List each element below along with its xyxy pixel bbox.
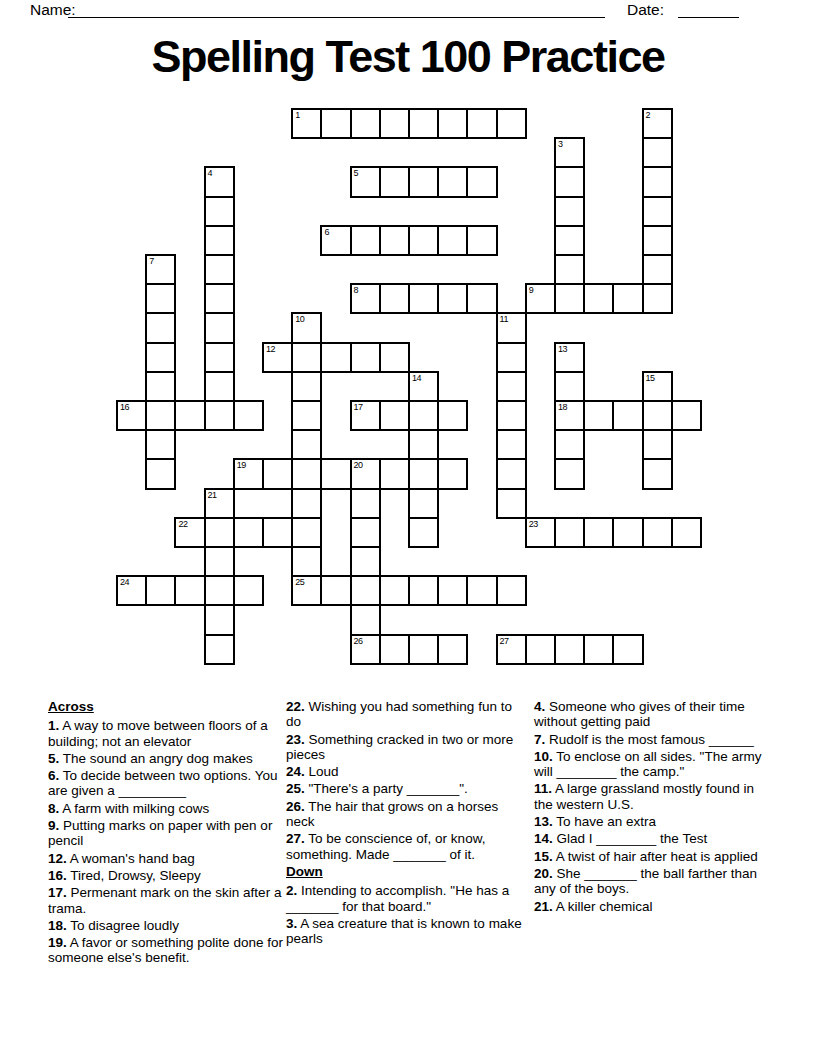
grid-cell-r6-c1[interactable] bbox=[145, 283, 176, 314]
grid-cell-r12-c10[interactable] bbox=[408, 458, 439, 489]
grid-cell-r13-c13[interactable] bbox=[496, 488, 527, 519]
cell-number-6: 6 bbox=[324, 227, 329, 237]
grid-cell-r18-c16[interactable] bbox=[583, 634, 614, 665]
cell-number-10: 10 bbox=[295, 314, 304, 324]
cell-number-9: 9 bbox=[529, 285, 534, 295]
grid-cell-r10-c8[interactable]: 17 bbox=[350, 400, 381, 431]
clue-27: 27. To be conscience of, or know, someth… bbox=[286, 831, 528, 862]
cell-number-27: 27 bbox=[500, 636, 509, 646]
clue-23: 23. Something cracked in two or more pie… bbox=[286, 732, 528, 763]
grid-cell-r15-c6[interactable] bbox=[291, 546, 322, 577]
cell-number-16: 16 bbox=[120, 402, 129, 412]
grid-cell-r14-c16[interactable] bbox=[583, 517, 614, 548]
grid-cell-r9-c3[interactable] bbox=[204, 371, 235, 402]
clue-text: A favor or something polite done for som… bbox=[48, 935, 283, 965]
grid-cell-r7-c1[interactable] bbox=[145, 312, 176, 343]
clue-20: 20. She _______ the ball farther than an… bbox=[534, 866, 774, 897]
clue-number: 14. bbox=[534, 831, 553, 846]
clue-number: 8. bbox=[48, 801, 59, 816]
grid-cell-r10-c4[interactable] bbox=[233, 400, 264, 431]
cell-number-21: 21 bbox=[208, 490, 217, 500]
cell-number-24: 24 bbox=[120, 577, 129, 587]
clue-14: 14. Glad I ________ the Test bbox=[534, 831, 774, 846]
clue-text: To decide between two options. You are g… bbox=[48, 768, 277, 798]
grid-cell-r12-c8[interactable]: 20 bbox=[350, 458, 381, 489]
grid-cell-r4-c7[interactable]: 6 bbox=[320, 225, 351, 256]
grid-cell-r18-c9[interactable] bbox=[379, 634, 410, 665]
clue-text: The sound an angry dog makes bbox=[59, 751, 252, 766]
grid-cell-r10-c1[interactable] bbox=[145, 400, 176, 431]
grid-cell-r14-c5[interactable] bbox=[262, 517, 293, 548]
clue-number: 21. bbox=[534, 899, 553, 914]
clue-number: 5. bbox=[48, 751, 59, 766]
clue-number: 7. bbox=[534, 732, 545, 747]
grid-cell-r11-c13[interactable] bbox=[496, 429, 527, 460]
grid-cell-r12-c18[interactable] bbox=[642, 458, 673, 489]
grid-cell-r4-c10[interactable] bbox=[408, 225, 439, 256]
grid-cell-r9-c18[interactable]: 15 bbox=[642, 371, 673, 402]
grid-cell-r16-c12[interactable] bbox=[466, 575, 497, 606]
clue-number: 18. bbox=[48, 918, 67, 933]
clue-16: 16. Tired, Drowsy, Sleepy bbox=[48, 868, 286, 883]
grid-cell-r4-c9[interactable] bbox=[379, 225, 410, 256]
grid-cell-r4-c12[interactable] bbox=[466, 225, 497, 256]
grid-cell-r0-c12[interactable] bbox=[466, 108, 497, 139]
grid-cell-r4-c8[interactable] bbox=[350, 225, 381, 256]
cell-number-5: 5 bbox=[354, 168, 359, 178]
clue-number: 24. bbox=[286, 764, 305, 779]
clue-number: 19. bbox=[48, 935, 67, 950]
grid-cell-r4-c3[interactable] bbox=[204, 225, 235, 256]
grid-cell-r17-c8[interactable] bbox=[350, 604, 381, 635]
clue-text: A sea creature that is known to make pea… bbox=[286, 916, 522, 946]
clue-text: Rudolf is the most famous ______ bbox=[545, 732, 754, 747]
clue-2: 2. Intending to accomplish. "He has a __… bbox=[286, 883, 528, 914]
grid-cell-r0-c18[interactable]: 2 bbox=[642, 108, 673, 139]
grid-cell-r16-c0[interactable]: 24 bbox=[116, 575, 147, 606]
clues-heading-across: Across bbox=[48, 699, 286, 714]
grid-cell-r15-c8[interactable] bbox=[350, 546, 381, 577]
grid-cell-r14-c4[interactable] bbox=[233, 517, 264, 548]
grid-cell-r13-c6[interactable] bbox=[291, 488, 322, 519]
clue-22: 22. Wishing you had something fun to do bbox=[286, 699, 528, 730]
clue-26: 26. The hair that grows on a horses neck bbox=[286, 799, 528, 830]
clue-column-1: Across1. A way to move between floors of… bbox=[48, 699, 286, 968]
clue-13: 13. To have an extra bbox=[534, 814, 774, 829]
cell-number-18: 18 bbox=[558, 402, 567, 412]
grid-cell-r4-c18[interactable] bbox=[642, 225, 673, 256]
clue-text: Loud bbox=[305, 764, 339, 779]
grid-cell-r11-c18[interactable] bbox=[642, 429, 673, 460]
clue-text: Glad I ________ the Test bbox=[553, 831, 707, 846]
grid-cell-r8-c13[interactable] bbox=[496, 342, 527, 373]
grid-cell-r14-c19[interactable] bbox=[671, 517, 702, 548]
grid-cell-r18-c14[interactable] bbox=[525, 634, 556, 665]
grid-cell-r2-c8[interactable]: 5 bbox=[350, 166, 381, 197]
grid-cell-r11-c6[interactable] bbox=[291, 429, 322, 460]
clues-heading-down: Down bbox=[286, 864, 528, 879]
clue-number: 20. bbox=[534, 866, 553, 881]
clue-3: 3. A sea creature that is known to make … bbox=[286, 916, 528, 947]
clue-24: 24. Loud bbox=[286, 764, 528, 779]
grid-cell-r14-c10[interactable] bbox=[408, 517, 439, 548]
grid-cell-r6-c16[interactable] bbox=[583, 283, 614, 314]
grid-cell-r7-c13[interactable]: 11 bbox=[496, 312, 527, 343]
clue-text: A killer chemical bbox=[553, 899, 653, 914]
date-input-line[interactable] bbox=[678, 17, 739, 18]
clue-19: 19. A favor or something polite done for… bbox=[48, 935, 286, 966]
grid-cell-r0-c9[interactable] bbox=[379, 108, 410, 139]
clue-text: She _______ the ball farther than any of… bbox=[534, 866, 757, 896]
grid-cell-r6-c17[interactable] bbox=[612, 283, 643, 314]
grid-cell-r16-c8[interactable] bbox=[350, 575, 381, 606]
grid-cell-r10-c10[interactable] bbox=[408, 400, 439, 431]
grid-cell-r6-c8[interactable]: 8 bbox=[350, 283, 381, 314]
clue-10: 10. To enclose on all sides. "The army w… bbox=[534, 749, 774, 780]
grid-cell-r10-c9[interactable] bbox=[379, 400, 410, 431]
grid-cell-r10-c3[interactable] bbox=[204, 400, 235, 431]
grid-cell-r8-c1[interactable] bbox=[145, 342, 176, 373]
cell-number-11: 11 bbox=[500, 314, 508, 324]
clue-number: 16. bbox=[48, 868, 67, 883]
grid-cell-r15-c3[interactable] bbox=[204, 546, 235, 577]
grid-cell-r16-c11[interactable] bbox=[437, 575, 468, 606]
grid-cell-r6-c15[interactable] bbox=[554, 283, 585, 314]
grid-cell-r4-c11[interactable] bbox=[437, 225, 468, 256]
grid-cell-r2-c9[interactable] bbox=[379, 166, 410, 197]
clue-number: 27. bbox=[286, 831, 305, 846]
grid-cell-r6-c12[interactable] bbox=[466, 283, 497, 314]
grid-cell-r11-c1[interactable] bbox=[145, 429, 176, 460]
clue-text: To be conscience of, or know, something.… bbox=[286, 831, 485, 861]
grid-cell-r12-c11[interactable] bbox=[437, 458, 468, 489]
grid-cell-r14-c15[interactable] bbox=[554, 517, 585, 548]
grid-cell-r2-c11[interactable] bbox=[437, 166, 468, 197]
grid-cell-r10-c17[interactable] bbox=[612, 400, 643, 431]
clue-text: Wishing you had something fun to do bbox=[286, 699, 512, 729]
clue-text: A large grassland mostly found in the we… bbox=[534, 781, 754, 811]
grid-cell-r0-c6[interactable]: 1 bbox=[291, 108, 322, 139]
clue-text: A farm with milking cows bbox=[59, 801, 209, 816]
grid-cell-r18-c3[interactable] bbox=[204, 634, 235, 665]
grid-cell-r13-c8[interactable] bbox=[350, 488, 381, 519]
clue-5: 5. The sound an angry dog makes bbox=[48, 751, 286, 766]
cell-number-4: 4 bbox=[208, 168, 213, 178]
cell-number-25: 25 bbox=[295, 577, 304, 587]
grid-cell-r16-c4[interactable] bbox=[233, 575, 264, 606]
clue-number: 12. bbox=[48, 851, 67, 866]
clue-text: The hair that grows on a horses neck bbox=[286, 799, 498, 829]
grid-cell-r12-c4[interactable]: 19 bbox=[233, 458, 264, 489]
clue-25: 25. "There's a party _______". bbox=[286, 781, 528, 796]
clue-number: 17. bbox=[48, 885, 67, 900]
grid-cell-r8-c15[interactable]: 13 bbox=[554, 342, 585, 373]
clue-text: "There's a party _______". bbox=[305, 781, 468, 796]
grid-cell-r2-c12[interactable] bbox=[466, 166, 497, 197]
grid-cell-r8-c9[interactable] bbox=[379, 342, 410, 373]
grid-cell-r6-c10[interactable] bbox=[408, 283, 439, 314]
grid-cell-r10-c19[interactable] bbox=[671, 400, 702, 431]
grid-cell-r16-c3[interactable] bbox=[204, 575, 235, 606]
clue-number: 22. bbox=[286, 699, 305, 714]
grid-cell-r9-c13[interactable] bbox=[496, 371, 527, 402]
grid-cell-r16-c2[interactable] bbox=[174, 575, 205, 606]
grid-cell-r8-c3[interactable] bbox=[204, 342, 235, 373]
cell-number-1: 1 bbox=[295, 110, 300, 120]
grid-cell-r10-c0[interactable]: 16 bbox=[116, 400, 147, 431]
grid-cell-r0-c13[interactable] bbox=[496, 108, 527, 139]
grid-cell-r6-c3[interactable] bbox=[204, 283, 235, 314]
grid-cell-r13-c10[interactable] bbox=[408, 488, 439, 519]
grid-cell-r14-c3[interactable] bbox=[204, 517, 235, 548]
grid-cell-r12-c5[interactable] bbox=[262, 458, 293, 489]
grid-cell-r16-c1[interactable] bbox=[145, 575, 176, 606]
grid-cell-r5-c1[interactable]: 7 bbox=[145, 254, 176, 285]
grid-cell-r12-c9[interactable] bbox=[379, 458, 410, 489]
clue-number: 3. bbox=[286, 916, 297, 931]
grid-cell-r6-c9[interactable] bbox=[379, 283, 410, 314]
clue-number: 6. bbox=[48, 768, 59, 783]
clue-21: 21. A killer chemical bbox=[534, 899, 774, 914]
grid-cell-r2-c3[interactable]: 4 bbox=[204, 166, 235, 197]
clue-text: To disagree loudly bbox=[67, 918, 179, 933]
clue-text: A way to move between floors of a buildi… bbox=[48, 718, 268, 748]
grid-cell-r2-c15[interactable] bbox=[554, 166, 585, 197]
clue-12: 12. A woman's hand bag bbox=[48, 851, 286, 866]
clue-number: 9. bbox=[48, 818, 59, 833]
grid-cell-r6-c11[interactable] bbox=[437, 283, 468, 314]
grid-cell-r0-c11[interactable] bbox=[437, 108, 468, 139]
grid-cell-r6-c18[interactable] bbox=[642, 283, 673, 314]
cell-number-17: 17 bbox=[354, 402, 363, 412]
cell-number-20: 20 bbox=[354, 460, 363, 470]
cell-number-26: 26 bbox=[354, 636, 363, 646]
clue-number: 13. bbox=[534, 814, 553, 829]
grid-cell-r10-c16[interactable] bbox=[583, 400, 614, 431]
grid-cell-r12-c1[interactable] bbox=[145, 458, 176, 489]
grid-cell-r10-c2[interactable] bbox=[174, 400, 205, 431]
clue-text: Permenant mark on the skin after a trama… bbox=[48, 885, 281, 915]
clue-18: 18. To disagree loudly bbox=[48, 918, 286, 933]
clue-column-2: 22. Wishing you had something fun to do2… bbox=[286, 699, 528, 948]
grid-cell-r16-c7[interactable] bbox=[320, 575, 351, 606]
cell-number-3: 3 bbox=[558, 139, 563, 149]
grid-cell-r16-c6[interactable]: 25 bbox=[291, 575, 322, 606]
grid-cell-r9-c10[interactable]: 14 bbox=[408, 371, 439, 402]
grid-cell-r0-c10[interactable] bbox=[408, 108, 439, 139]
grid-cell-r12-c7[interactable] bbox=[320, 458, 351, 489]
clue-number: 11. bbox=[534, 781, 552, 796]
grid-cell-r2-c10[interactable] bbox=[408, 166, 439, 197]
clue-17: 17. Permenant mark on the skin after a t… bbox=[48, 885, 286, 916]
grid-cell-r16-c13[interactable] bbox=[496, 575, 527, 606]
clue-9: 9. Putting marks on paper with pen or pe… bbox=[48, 818, 286, 849]
cell-number-23: 23 bbox=[529, 519, 538, 529]
cell-number-22: 22 bbox=[178, 519, 187, 529]
cell-number-19: 19 bbox=[237, 460, 246, 470]
clue-8: 8. A farm with milking cows bbox=[48, 801, 286, 816]
grid-cell-r10-c15[interactable]: 18 bbox=[554, 400, 585, 431]
clue-4: 4. Someone who gives of their time witho… bbox=[534, 699, 774, 730]
grid-cell-r3-c18[interactable] bbox=[642, 196, 673, 227]
grid-cell-r11-c15[interactable] bbox=[554, 429, 585, 460]
grid-cell-r5-c18[interactable] bbox=[642, 254, 673, 285]
grid-cell-r3-c3[interactable] bbox=[204, 196, 235, 227]
clue-number: 25. bbox=[286, 781, 305, 796]
grid-cell-r14-c2[interactable]: 22 bbox=[174, 517, 205, 548]
name-input-line[interactable] bbox=[68, 17, 605, 18]
clue-11: 11. A large grassland mostly found in th… bbox=[534, 781, 774, 812]
grid-cell-r0-c7[interactable] bbox=[320, 108, 351, 139]
cell-number-2: 2 bbox=[646, 110, 651, 120]
grid-cell-r1-c18[interactable] bbox=[642, 137, 673, 168]
grid-cell-r8-c5[interactable]: 12 bbox=[262, 342, 293, 373]
cell-number-15: 15 bbox=[646, 373, 655, 383]
grid-cell-r14-c17[interactable] bbox=[612, 517, 643, 548]
grid-cell-r0-c8[interactable] bbox=[350, 108, 381, 139]
cell-number-14: 14 bbox=[412, 373, 421, 383]
grid-cell-r18-c17[interactable] bbox=[612, 634, 643, 665]
grid-cell-r12-c13[interactable] bbox=[496, 458, 527, 489]
grid-cell-r14-c14[interactable]: 23 bbox=[525, 517, 556, 548]
grid-cell-r11-c10[interactable] bbox=[408, 429, 439, 460]
clue-number: 1. bbox=[48, 718, 59, 733]
grid-cell-r7-c3[interactable] bbox=[204, 312, 235, 343]
clue-number: 26. bbox=[286, 799, 305, 814]
grid-cell-r10-c13[interactable] bbox=[496, 400, 527, 431]
grid-cell-r8-c8[interactable] bbox=[350, 342, 381, 373]
grid-cell-r2-c18[interactable] bbox=[642, 166, 673, 197]
clue-text: Someone who gives of their time without … bbox=[534, 699, 745, 729]
clue-6: 6. To decide between two options. You ar… bbox=[48, 768, 286, 799]
cell-number-12: 12 bbox=[266, 344, 275, 354]
clue-7: 7. Rudolf is the most famous ______ bbox=[534, 732, 774, 747]
grid-cell-r10-c11[interactable] bbox=[437, 400, 468, 431]
clue-text: Putting marks on paper with pen or penci… bbox=[48, 818, 272, 848]
grid-cell-r8-c7[interactable] bbox=[320, 342, 351, 373]
cell-number-8: 8 bbox=[354, 285, 359, 295]
grid-cell-r16-c9[interactable] bbox=[379, 575, 410, 606]
grid-cell-r14-c8[interactable] bbox=[350, 517, 381, 548]
clue-text: Intending to accomplish. "He has a _____… bbox=[286, 883, 509, 913]
clue-number: 10. bbox=[534, 749, 553, 764]
clue-text: A twist of hair after heat is applied bbox=[553, 849, 758, 864]
grid-cell-r10-c6[interactable] bbox=[291, 400, 322, 431]
clue-number: 15. bbox=[534, 849, 553, 864]
grid-cell-r14-c6[interactable] bbox=[291, 517, 322, 548]
grid-cell-r12-c15[interactable] bbox=[554, 458, 585, 489]
grid-cell-r18-c10[interactable] bbox=[408, 634, 439, 665]
grid-cell-r5-c3[interactable] bbox=[204, 254, 235, 285]
grid-cell-r5-c15[interactable] bbox=[554, 254, 585, 285]
grid-cell-r1-c15[interactable]: 3 bbox=[554, 137, 585, 168]
grid-cell-r18-c15[interactable] bbox=[554, 634, 585, 665]
grid-cell-r13-c3[interactable]: 21 bbox=[204, 488, 235, 519]
clue-1: 1. A way to move between floors of a bui… bbox=[48, 718, 286, 749]
cell-number-7: 7 bbox=[149, 256, 154, 266]
clue-text: To enclose on all sides. "The army will … bbox=[534, 749, 761, 779]
grid-cell-r10-c18[interactable] bbox=[642, 400, 673, 431]
clue-text: A woman's hand bag bbox=[67, 851, 195, 866]
date-label: Date: bbox=[627, 1, 664, 19]
grid-cell-r18-c13[interactable]: 27 bbox=[496, 634, 527, 665]
grid-cell-r18-c11[interactable] bbox=[437, 634, 468, 665]
clue-text: Something cracked in two or more pieces bbox=[286, 732, 513, 762]
clue-text: To have an extra bbox=[553, 814, 656, 829]
grid-cell-r7-c6[interactable]: 10 bbox=[291, 312, 322, 343]
grid-cell-r9-c1[interactable] bbox=[145, 371, 176, 402]
clue-number: 4. bbox=[534, 699, 545, 714]
cell-number-13: 13 bbox=[558, 344, 567, 354]
grid-cell-r18-c8[interactable]: 26 bbox=[350, 634, 381, 665]
grid-cell-r8-c6[interactable] bbox=[291, 342, 322, 373]
grid-cell-r14-c18[interactable] bbox=[642, 517, 673, 548]
grid-cell-r4-c15[interactable] bbox=[554, 225, 585, 256]
clue-number: 2. bbox=[286, 883, 297, 898]
grid-cell-r9-c6[interactable] bbox=[291, 371, 322, 402]
clue-column-3: 4. Someone who gives of their time witho… bbox=[534, 699, 774, 916]
grid-cell-r6-c14[interactable]: 9 bbox=[525, 283, 556, 314]
clue-15: 15. A twist of hair after heat is applie… bbox=[534, 849, 774, 864]
clue-number: 23. bbox=[286, 732, 305, 747]
crossword-grid: 1234567891011121314151617181920212223242… bbox=[117, 109, 703, 665]
grid-cell-r12-c6[interactable] bbox=[291, 458, 322, 489]
grid-cell-r9-c15[interactable] bbox=[554, 371, 585, 402]
grid-cell-r17-c3[interactable] bbox=[204, 604, 235, 635]
grid-cell-r3-c15[interactable] bbox=[554, 196, 585, 227]
clue-text: Tired, Drowsy, Sleepy bbox=[67, 868, 201, 883]
page-title: Spelling Test 100 Practice bbox=[0, 31, 816, 83]
grid-cell-r16-c10[interactable] bbox=[408, 575, 439, 606]
